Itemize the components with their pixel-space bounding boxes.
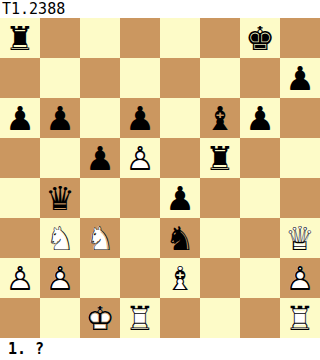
square-h3[interactable]: ♛♕ bbox=[280, 218, 320, 258]
status-bar: 1. ? bbox=[0, 338, 320, 360]
square-f3[interactable] bbox=[200, 218, 240, 258]
square-h8[interactable] bbox=[280, 18, 320, 58]
square-h4[interactable] bbox=[280, 178, 320, 218]
black-pawn-icon: ♟ bbox=[240, 98, 280, 138]
square-c3[interactable]: ♞♘ bbox=[80, 218, 120, 258]
square-d4[interactable] bbox=[120, 178, 160, 218]
square-e8[interactable] bbox=[160, 18, 200, 58]
square-b6[interactable]: ♟ bbox=[40, 98, 80, 138]
square-a4[interactable] bbox=[0, 178, 40, 218]
chess-board: ♜♚♟♟♟♟♝♟♟♟♙♜♛♟♞♘♞♘♞♛♕♟♙♟♙♝♗♟♙♚♔♜♖♜♖ bbox=[0, 18, 320, 338]
white-pawn-icon: ♙ bbox=[40, 258, 80, 298]
black-pawn-icon: ♟ bbox=[40, 98, 80, 138]
square-f7[interactable] bbox=[200, 58, 240, 98]
square-d7[interactable] bbox=[120, 58, 160, 98]
square-e1[interactable] bbox=[160, 298, 200, 338]
square-e5[interactable] bbox=[160, 138, 200, 178]
square-d1[interactable]: ♜♖ bbox=[120, 298, 160, 338]
square-f4[interactable] bbox=[200, 178, 240, 218]
white-pawn-icon: ♙ bbox=[120, 138, 160, 178]
square-f2[interactable] bbox=[200, 258, 240, 298]
square-e7[interactable] bbox=[160, 58, 200, 98]
square-c1[interactable]: ♚♔ bbox=[80, 298, 120, 338]
square-c8[interactable] bbox=[80, 18, 120, 58]
square-c6[interactable] bbox=[80, 98, 120, 138]
square-f5[interactable]: ♜ bbox=[200, 138, 240, 178]
square-a2[interactable]: ♟♙ bbox=[0, 258, 40, 298]
title-bar: T1.2388 bbox=[0, 0, 320, 18]
square-b8[interactable] bbox=[40, 18, 80, 58]
square-b7[interactable] bbox=[40, 58, 80, 98]
white-queen-icon: ♕ bbox=[280, 218, 320, 258]
square-b2[interactable]: ♟♙ bbox=[40, 258, 80, 298]
square-b5[interactable] bbox=[40, 138, 80, 178]
square-d5[interactable]: ♟♙ bbox=[120, 138, 160, 178]
square-a8[interactable]: ♜ bbox=[0, 18, 40, 58]
square-g4[interactable] bbox=[240, 178, 280, 218]
square-d3[interactable] bbox=[120, 218, 160, 258]
black-rook-icon: ♜ bbox=[200, 138, 240, 178]
white-pawn-icon: ♙ bbox=[280, 258, 320, 298]
square-g5[interactable] bbox=[240, 138, 280, 178]
square-e6[interactable] bbox=[160, 98, 200, 138]
square-g8[interactable]: ♚ bbox=[240, 18, 280, 58]
white-pawn-icon: ♙ bbox=[0, 258, 40, 298]
square-a1[interactable] bbox=[0, 298, 40, 338]
black-pawn-icon: ♟ bbox=[280, 58, 320, 98]
white-rook-icon: ♖ bbox=[120, 298, 160, 338]
square-g3[interactable] bbox=[240, 218, 280, 258]
square-h1[interactable]: ♜♖ bbox=[280, 298, 320, 338]
square-c5[interactable]: ♟ bbox=[80, 138, 120, 178]
square-e3[interactable]: ♞ bbox=[160, 218, 200, 258]
square-a5[interactable] bbox=[0, 138, 40, 178]
square-d2[interactable] bbox=[120, 258, 160, 298]
square-a7[interactable] bbox=[0, 58, 40, 98]
black-pawn-icon: ♟ bbox=[160, 178, 200, 218]
black-queen-icon: ♛ bbox=[40, 178, 80, 218]
square-g6[interactable]: ♟ bbox=[240, 98, 280, 138]
black-bishop-icon: ♝ bbox=[200, 98, 240, 138]
white-rook-icon: ♖ bbox=[280, 298, 320, 338]
square-f8[interactable] bbox=[200, 18, 240, 58]
puzzle-id: T1.2388 bbox=[0, 0, 65, 18]
black-pawn-icon: ♟ bbox=[120, 98, 160, 138]
square-g7[interactable] bbox=[240, 58, 280, 98]
square-b3[interactable]: ♞♘ bbox=[40, 218, 80, 258]
square-e4[interactable]: ♟ bbox=[160, 178, 200, 218]
white-king-icon: ♔ bbox=[80, 298, 120, 338]
square-h6[interactable] bbox=[280, 98, 320, 138]
white-bishop-icon: ♗ bbox=[160, 258, 200, 298]
white-knight-icon: ♘ bbox=[80, 218, 120, 258]
square-g2[interactable] bbox=[240, 258, 280, 298]
square-f6[interactable]: ♝ bbox=[200, 98, 240, 138]
square-a3[interactable] bbox=[0, 218, 40, 258]
square-b1[interactable] bbox=[40, 298, 80, 338]
square-e2[interactable]: ♝♗ bbox=[160, 258, 200, 298]
square-c4[interactable] bbox=[80, 178, 120, 218]
move-prompt: 1. ? bbox=[0, 340, 44, 358]
black-knight-icon: ♞ bbox=[160, 218, 200, 258]
black-king-icon: ♚ bbox=[240, 18, 280, 58]
black-rook-icon: ♜ bbox=[0, 18, 40, 58]
square-d8[interactable] bbox=[120, 18, 160, 58]
black-pawn-icon: ♟ bbox=[80, 138, 120, 178]
square-h2[interactable]: ♟♙ bbox=[280, 258, 320, 298]
square-c7[interactable] bbox=[80, 58, 120, 98]
square-g1[interactable] bbox=[240, 298, 280, 338]
square-a6[interactable]: ♟ bbox=[0, 98, 40, 138]
square-c2[interactable] bbox=[80, 258, 120, 298]
square-h5[interactable] bbox=[280, 138, 320, 178]
white-knight-icon: ♘ bbox=[40, 218, 80, 258]
square-h7[interactable]: ♟ bbox=[280, 58, 320, 98]
square-f1[interactable] bbox=[200, 298, 240, 338]
square-b4[interactable]: ♛ bbox=[40, 178, 80, 218]
black-pawn-icon: ♟ bbox=[0, 98, 40, 138]
square-d6[interactable]: ♟ bbox=[120, 98, 160, 138]
